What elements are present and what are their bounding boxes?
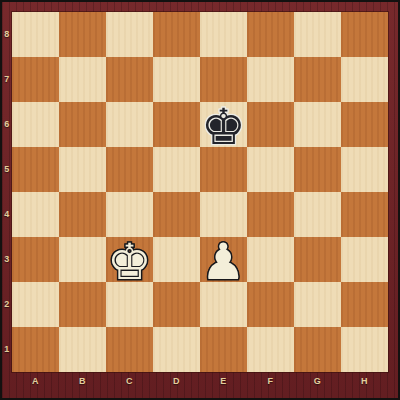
square-h1[interactable] <box>341 327 388 372</box>
square-f6[interactable] <box>247 102 294 147</box>
square-c7[interactable] <box>106 57 153 102</box>
square-d1[interactable] <box>153 327 200 372</box>
square-g8[interactable] <box>294 12 341 57</box>
square-a7[interactable] <box>12 57 59 102</box>
square-h4[interactable] <box>341 192 388 237</box>
square-h8[interactable] <box>341 12 388 57</box>
square-c4[interactable] <box>106 192 153 237</box>
black-king-glyph: ♚ <box>201 102 246 152</box>
square-h2[interactable] <box>341 282 388 327</box>
rank-label-5: 5 <box>2 163 12 175</box>
file-label-f: F <box>247 375 294 387</box>
square-g6[interactable] <box>294 102 341 147</box>
square-e6[interactable]: ♚♚ <box>200 102 247 147</box>
square-e8[interactable] <box>200 12 247 57</box>
rank-label-8: 8 <box>2 28 12 40</box>
square-g7[interactable] <box>294 57 341 102</box>
square-d5[interactable] <box>153 147 200 192</box>
square-e1[interactable] <box>200 327 247 372</box>
square-b5[interactable] <box>59 147 106 192</box>
square-c1[interactable] <box>106 327 153 372</box>
square-f2[interactable] <box>247 282 294 327</box>
board: ♚♚♚♚♟♟ <box>12 12 388 372</box>
rank-label-3: 3 <box>2 253 12 265</box>
square-b6[interactable] <box>59 102 106 147</box>
square-a4[interactable] <box>12 192 59 237</box>
square-d7[interactable] <box>153 57 200 102</box>
piece-white-pawn-e3[interactable]: ♟♟ <box>200 237 247 282</box>
square-h5[interactable] <box>341 147 388 192</box>
square-b1[interactable] <box>59 327 106 372</box>
square-c6[interactable] <box>106 102 153 147</box>
square-b3[interactable] <box>59 237 106 282</box>
square-g5[interactable] <box>294 147 341 192</box>
rank-label-6: 6 <box>2 118 12 130</box>
piece-black-king-e6[interactable]: ♚♚ <box>200 102 247 147</box>
square-a1[interactable] <box>12 327 59 372</box>
square-e2[interactable] <box>200 282 247 327</box>
square-e5[interactable] <box>200 147 247 192</box>
rank-label-7: 7 <box>2 73 12 85</box>
square-f5[interactable] <box>247 147 294 192</box>
rank-label-4: 4 <box>2 208 12 220</box>
square-e4[interactable] <box>200 192 247 237</box>
file-label-a: A <box>12 375 59 387</box>
square-e7[interactable] <box>200 57 247 102</box>
square-f7[interactable] <box>247 57 294 102</box>
file-label-h: H <box>341 375 388 387</box>
white-pawn-outline-layer: ♟ <box>201 237 246 287</box>
square-h6[interactable] <box>341 102 388 147</box>
square-f4[interactable] <box>247 192 294 237</box>
white-king-glyph: ♚ <box>107 237 152 287</box>
square-a8[interactable] <box>12 12 59 57</box>
square-f3[interactable] <box>247 237 294 282</box>
square-f1[interactable] <box>247 327 294 372</box>
square-d4[interactable] <box>153 192 200 237</box>
black-king-outline-layer: ♚ <box>201 102 246 152</box>
square-c2[interactable] <box>106 282 153 327</box>
rank-label-1: 1 <box>2 343 12 355</box>
square-g3[interactable] <box>294 237 341 282</box>
square-c5[interactable] <box>106 147 153 192</box>
square-f8[interactable] <box>247 12 294 57</box>
white-king-outline-layer: ♚ <box>107 237 152 287</box>
square-b4[interactable] <box>59 192 106 237</box>
square-b2[interactable] <box>59 282 106 327</box>
square-c8[interactable] <box>106 12 153 57</box>
square-a3[interactable] <box>12 237 59 282</box>
square-b7[interactable] <box>59 57 106 102</box>
square-g4[interactable] <box>294 192 341 237</box>
square-e3[interactable]: ♟♟ <box>200 237 247 282</box>
square-g2[interactable] <box>294 282 341 327</box>
file-label-d: D <box>153 375 200 387</box>
file-label-e: E <box>200 375 247 387</box>
square-d2[interactable] <box>153 282 200 327</box>
piece-white-king-c3[interactable]: ♚♚ <box>106 237 153 282</box>
square-d6[interactable] <box>153 102 200 147</box>
white-pawn-glyph: ♟ <box>201 237 246 287</box>
square-h7[interactable] <box>341 57 388 102</box>
file-label-b: B <box>59 375 106 387</box>
square-b8[interactable] <box>59 12 106 57</box>
file-label-c: C <box>106 375 153 387</box>
square-c3[interactable]: ♚♚ <box>106 237 153 282</box>
file-label-g: G <box>294 375 341 387</box>
square-g1[interactable] <box>294 327 341 372</box>
rank-label-2: 2 <box>2 298 12 310</box>
square-h3[interactable] <box>341 237 388 282</box>
square-d8[interactable] <box>153 12 200 57</box>
square-d3[interactable] <box>153 237 200 282</box>
square-a2[interactable] <box>12 282 59 327</box>
square-a6[interactable] <box>12 102 59 147</box>
board-frame: ♚♚♚♚♟♟ 87654321ABCDEFGH <box>0 0 400 400</box>
square-a5[interactable] <box>12 147 59 192</box>
